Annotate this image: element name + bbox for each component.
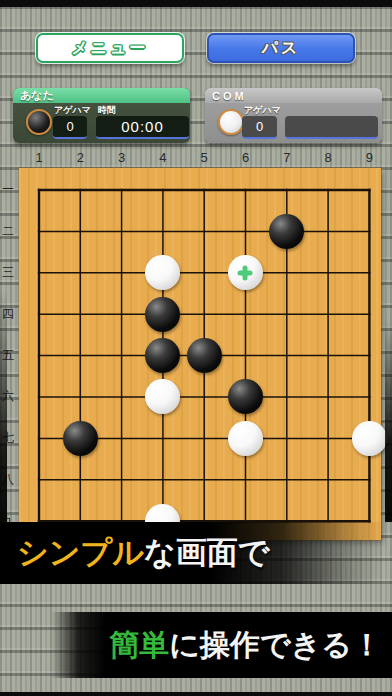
board-intersection[interactable] [184, 418, 225, 459]
board-intersection[interactable] [101, 335, 142, 376]
board-intersection[interactable] [307, 211, 348, 252]
white-stone [145, 255, 180, 290]
board-intersection[interactable] [18, 335, 59, 376]
board-intersection[interactable] [349, 376, 390, 417]
promo-banner-1: シンプルな画面で [0, 522, 392, 584]
time-value-you: 00:00 [96, 116, 189, 139]
player-panel-com: COM アゲハマ 0 [205, 88, 382, 143]
black-stone [145, 338, 180, 373]
board-intersection[interactable] [18, 293, 59, 334]
black-stone [269, 214, 304, 249]
row-label: 一 [0, 169, 16, 210]
column-label: 2 [60, 150, 101, 165]
board-intersection[interactable] [184, 211, 225, 252]
captures-value-you: 0 [53, 116, 87, 139]
row-label: 三 [0, 252, 16, 293]
top-black-bar [0, 0, 392, 7]
board-intersection[interactable] [60, 459, 101, 500]
column-label: 3 [101, 150, 142, 165]
board-intersection[interactable] [60, 211, 101, 252]
black-stone-icon [26, 109, 52, 135]
board-intersection[interactable] [142, 376, 183, 417]
last-move-marker [238, 265, 253, 280]
board-intersection[interactable] [184, 459, 225, 500]
board-intersection[interactable] [266, 418, 307, 459]
board-intersection[interactable] [101, 293, 142, 334]
board-intersection[interactable] [225, 252, 266, 293]
board-intersection[interactable] [18, 418, 59, 459]
board-intersection[interactable] [101, 211, 142, 252]
board-intersection[interactable] [349, 169, 390, 210]
board-intersection[interactable] [266, 169, 307, 210]
board-intersection[interactable] [142, 459, 183, 500]
board-intersection[interactable] [101, 169, 142, 210]
board-intersection[interactable] [266, 293, 307, 334]
board-intersection[interactable] [225, 418, 266, 459]
board-intersection[interactable] [225, 459, 266, 500]
board-intersection[interactable] [266, 376, 307, 417]
black-stone [228, 379, 263, 414]
board-intersection[interactable] [60, 293, 101, 334]
captures-value-com: 0 [242, 116, 277, 139]
column-label: 5 [184, 150, 225, 165]
player-com-name: COM [205, 88, 382, 103]
white-stone [352, 421, 387, 456]
white-stone [145, 379, 180, 414]
pass-button[interactable]: パス [207, 33, 355, 63]
go-board [19, 168, 381, 540]
board-intersection[interactable] [18, 459, 59, 500]
black-stone [63, 421, 98, 456]
board-intersection[interactable] [60, 169, 101, 210]
black-stone [145, 297, 180, 332]
board-intersection[interactable] [349, 252, 390, 293]
white-stone-icon [218, 109, 244, 135]
board-intersection[interactable] [225, 376, 266, 417]
app-screen: メニュー パス あなた アゲハマ 0 時間 00:00 COM アゲハマ 0 1… [0, 0, 392, 696]
board-intersection[interactable] [142, 418, 183, 459]
board-intersection[interactable] [266, 335, 307, 376]
column-label: 7 [266, 150, 307, 165]
board-intersection[interactable] [101, 376, 142, 417]
board-intersection[interactable] [142, 211, 183, 252]
board-intersection[interactable] [225, 169, 266, 210]
white-stone [228, 421, 263, 456]
board-intersection[interactable] [349, 335, 390, 376]
board-intersection[interactable] [307, 459, 348, 500]
promo-1-rest: な画面で [144, 532, 269, 574]
right-edge-shadow [385, 320, 392, 522]
board-intersection[interactable] [266, 211, 307, 252]
column-label: 4 [142, 150, 183, 165]
left-edge-shadow [0, 290, 7, 522]
player-panel-you: あなた アゲハマ 0 時間 00:00 [13, 88, 190, 143]
board-intersection[interactable] [266, 459, 307, 500]
board-intersection[interactable] [184, 293, 225, 334]
board-intersection[interactable] [184, 169, 225, 210]
player-you-name: あなた [13, 88, 190, 103]
promo-2-highlight: 簡単 [109, 625, 169, 666]
board-intersection[interactable] [225, 293, 266, 334]
column-label: 6 [225, 150, 266, 165]
menu-button[interactable]: メニュー [36, 33, 184, 63]
board-intersection[interactable] [307, 169, 348, 210]
board-intersection[interactable] [18, 252, 59, 293]
board-intersection[interactable] [60, 376, 101, 417]
board-intersection[interactable] [184, 335, 225, 376]
time-value-com [285, 116, 378, 139]
board-intersection[interactable] [101, 252, 142, 293]
board-intersection[interactable] [18, 211, 59, 252]
board-intersection[interactable] [18, 376, 59, 417]
board-intersection[interactable] [184, 376, 225, 417]
board-intersection[interactable] [307, 376, 348, 417]
stone-grid [18, 169, 390, 542]
board-intersection[interactable] [307, 418, 348, 459]
board-intersection[interactable] [18, 169, 59, 210]
board-intersection[interactable] [349, 293, 390, 334]
promo-2-rest: に操作できる！ [169, 625, 382, 666]
column-label: 1 [18, 150, 59, 165]
column-label: 8 [307, 150, 348, 165]
white-stone [228, 255, 263, 290]
board-intersection[interactable] [60, 418, 101, 459]
board-intersection[interactable] [142, 293, 183, 334]
board-intersection[interactable] [349, 459, 390, 500]
board-intersection[interactable] [60, 252, 101, 293]
board-intersection[interactable] [225, 211, 266, 252]
column-label: 9 [349, 150, 390, 165]
board-intersection[interactable] [101, 459, 142, 500]
black-stone [187, 338, 222, 373]
column-labels: 123456789 [18, 150, 390, 165]
board-intersection[interactable] [142, 252, 183, 293]
board-intersection[interactable] [307, 335, 348, 376]
row-label: 二 [0, 211, 16, 252]
board-intersection[interactable] [142, 335, 183, 376]
board-intersection[interactable] [142, 169, 183, 210]
board-intersection[interactable] [60, 335, 101, 376]
board-intersection[interactable] [225, 335, 266, 376]
bottom-black-bar [0, 692, 392, 696]
board-intersection[interactable] [307, 293, 348, 334]
promo-banner-2: 簡単に操作できる！ [0, 612, 392, 678]
board-intersection[interactable] [184, 252, 225, 293]
board-intersection[interactable] [101, 418, 142, 459]
promo-1-highlight: シンプル [17, 532, 144, 574]
board-intersection[interactable] [266, 252, 307, 293]
board-intersection[interactable] [349, 418, 390, 459]
board-intersection[interactable] [349, 211, 390, 252]
board-intersection[interactable] [307, 252, 348, 293]
